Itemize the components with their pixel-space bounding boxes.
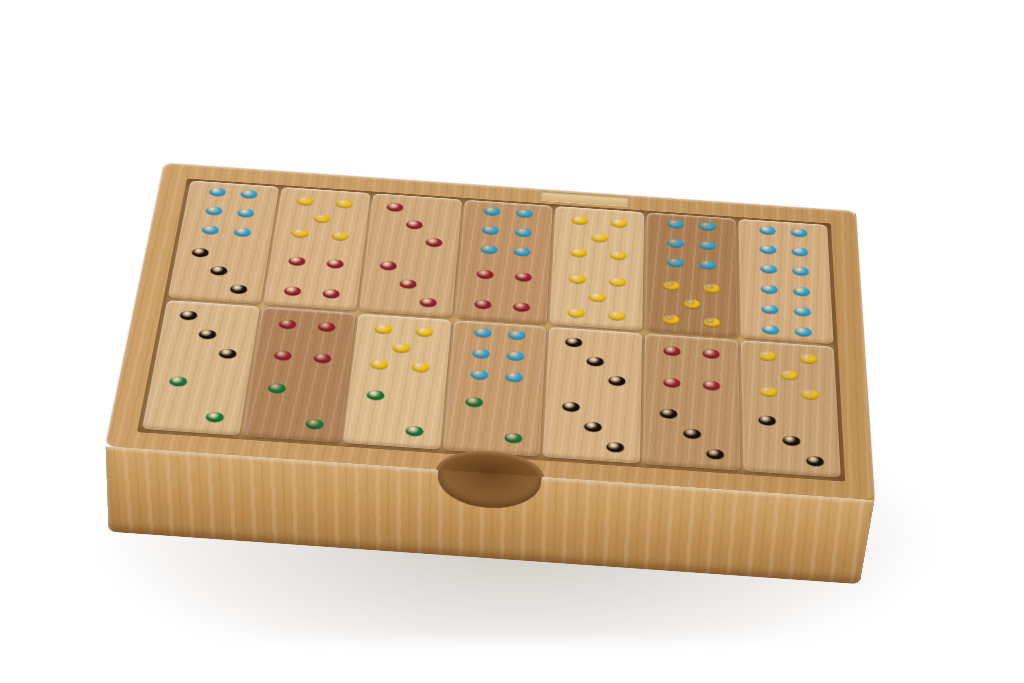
pip-yellow [569,274,586,284]
pip-yellow [589,292,606,302]
pip-yellow [335,199,352,208]
pip-yellow [591,233,608,243]
pip-red [664,346,681,356]
pip-blue [792,247,809,257]
pip-red [273,351,292,361]
pip-yellow [411,362,429,373]
tile-half-bottom [543,390,641,463]
pip-red [420,297,438,307]
tile-half-top [179,181,279,245]
pip-yellow [611,218,627,227]
pip-blue [505,372,523,383]
tile-row-back [168,181,834,345]
tile-half-bottom [142,363,250,436]
pip-yellow [568,308,585,318]
pip-blue [761,284,778,294]
pip-black [210,266,228,276]
pip-red [386,203,403,212]
pip-red [399,279,417,289]
pip-blue [482,225,499,235]
domino-3-3[interactable] [543,327,642,464]
pip-yellow [572,216,589,225]
domino-4-2[interactable] [242,307,355,443]
tile-half-top [253,307,356,377]
tile-half-top [449,320,547,390]
pip-black [660,408,678,419]
pip-yellow [415,327,433,337]
pip-black [782,435,800,446]
pip-black [229,284,247,294]
pip-black [179,310,198,320]
pip-yellow [608,310,625,320]
tile-half-top [553,206,644,270]
pip-green [465,396,483,407]
pip-green [305,418,324,429]
tile-half-top [273,187,371,251]
tile-half-top [646,212,736,276]
pip-blue [795,327,812,337]
pip-black [606,442,624,453]
tray [137,179,845,482]
pip-red [426,238,443,248]
pip-yellow [703,283,720,293]
pip-red [379,261,397,271]
pip-black [199,329,218,339]
tile-half-bottom [742,404,840,478]
pip-red [474,299,492,309]
pip-yellow [370,359,388,369]
pip-blue [508,330,526,340]
pip-yellow [683,299,700,309]
pip-blue [201,225,219,235]
tile-half-bottom [645,270,738,337]
pip-blue [759,226,776,235]
pip-black [562,401,580,412]
tile-half-bottom [550,264,644,331]
pip-black [683,428,701,439]
domino-5-4[interactable] [263,187,370,311]
pip-yellow [609,277,626,287]
tile-half-top [741,340,837,410]
pip-yellow [570,248,587,258]
domino-3-3[interactable] [359,193,462,317]
pip-yellow [296,196,314,205]
tile-half-top [155,300,260,369]
pip-black [565,337,582,347]
tile-half-bottom [643,397,740,471]
pip-blue [793,266,810,276]
domino-5-2[interactable] [343,314,452,450]
pip-blue [513,247,530,257]
tile-half-bottom [168,238,270,304]
tile-half-bottom [343,377,446,450]
pip-red [322,289,340,299]
pip-yellow [331,231,349,241]
pip-yellow [801,389,819,400]
pip-black [218,349,237,359]
tile-half-bottom [454,257,550,324]
domino-5-5[interactable] [550,206,645,331]
pip-blue [208,187,226,196]
pip-red [476,269,493,279]
pip-red [703,349,720,359]
pip-yellow [760,386,778,397]
pip-yellow [313,214,331,223]
pip-green [267,383,286,394]
tile-half-bottom [740,277,834,344]
domino-6-5[interactable] [645,212,738,337]
pip-yellow [759,351,776,361]
pip-blue [234,227,252,237]
pip-red [313,353,332,363]
pip-black [759,415,777,426]
tile-half-top [547,327,643,397]
pip-blue [472,348,490,358]
pip-red [278,319,296,329]
photo-background [0,0,1024,683]
tile-half-bottom [359,251,457,318]
scene-tilt [0,0,1024,683]
pip-blue [237,208,255,217]
domino-5-3[interactable] [741,340,841,477]
box-tray-top [105,163,874,500]
pip-red [663,378,680,389]
pip-black [608,376,626,387]
pip-black [706,448,724,459]
pip-blue [474,328,492,338]
pip-yellow [800,354,817,364]
tile-half-top [351,314,451,384]
thumb-notch-front [436,469,541,512]
domino-4-3[interactable] [643,334,740,471]
pip-yellow [610,251,627,261]
pip-black [586,356,603,366]
pip-blue [794,306,811,316]
pip-blue [762,324,779,334]
pip-green [366,389,385,400]
tile-half-top [739,219,831,283]
pip-black [806,455,824,466]
domino-6-2[interactable] [443,320,547,456]
domino-6-3[interactable] [168,181,279,305]
pip-red [288,256,306,266]
pip-blue [761,304,778,314]
pip-blue [760,264,777,274]
pip-blue [471,369,489,380]
domino-6-4[interactable] [454,200,553,324]
domino-6-6[interactable] [739,219,834,344]
pip-red [703,380,720,391]
tile-half-bottom [242,370,347,443]
pip-red [512,302,529,312]
pip-red [317,322,335,332]
pip-yellow [663,280,680,290]
tile-half-top [366,193,462,257]
pip-yellow [291,228,309,238]
pip-yellow [663,314,680,324]
pip-yellow [780,370,798,380]
pip-blue [205,206,223,215]
pip-red [326,259,344,269]
pip-red [283,286,301,296]
tile-half-top [460,200,554,264]
pip-blue [760,245,777,255]
pip-blue [793,286,810,296]
pip-blue [700,241,716,251]
pip-blue [506,351,524,361]
pip-yellow [392,343,410,353]
pip-blue [667,258,684,268]
domino-3-2[interactable] [142,300,260,436]
pip-green [405,425,424,436]
pip-blue [667,219,683,228]
pip-green [169,376,188,387]
tile-half-bottom [443,384,544,457]
pip-blue [667,238,683,248]
tile-half-bottom [263,244,363,311]
pip-yellow [374,324,392,334]
pip-yellow [704,317,721,327]
tile-half-top [644,334,739,404]
pip-green [205,412,224,423]
pip-black [584,421,602,432]
pip-blue [791,228,808,237]
pip-green [505,432,523,443]
pip-blue [481,245,498,255]
pip-red [406,220,423,230]
pip-blue [515,228,532,238]
domino-box [105,163,874,500]
pip-blue [699,222,715,231]
pip-blue [240,190,258,199]
pip-blue [516,209,533,218]
pip-black [191,247,209,257]
pip-red [514,272,531,282]
pip-blue [484,207,501,216]
pip-blue [700,260,717,270]
